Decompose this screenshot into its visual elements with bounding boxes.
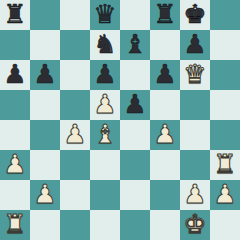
square-g7[interactable]: ♟ bbox=[180, 30, 210, 60]
white-pawn[interactable]: ♟ bbox=[213, 181, 236, 207]
square-b5[interactable] bbox=[30, 90, 60, 120]
black-pawn[interactable]: ♟ bbox=[3, 61, 26, 87]
square-h5[interactable] bbox=[210, 90, 240, 120]
square-h6[interactable] bbox=[210, 60, 240, 90]
square-g1[interactable]: ♚ bbox=[180, 210, 210, 240]
white-pawn[interactable]: ♟ bbox=[3, 151, 26, 177]
square-d1[interactable] bbox=[90, 210, 120, 240]
square-f4[interactable]: ♟ bbox=[150, 120, 180, 150]
black-pawn[interactable]: ♟ bbox=[93, 61, 116, 87]
square-c1[interactable] bbox=[60, 210, 90, 240]
black-queen[interactable]: ♛ bbox=[93, 1, 116, 27]
square-f7[interactable] bbox=[150, 30, 180, 60]
square-e2[interactable] bbox=[120, 180, 150, 210]
square-e5[interactable]: ♟ bbox=[120, 90, 150, 120]
square-d3[interactable] bbox=[90, 150, 120, 180]
chess-board: ♜♛♜♚♞♝♟♟♟♟♟♛♟♟♟♝♟♟♜♟♟♟♜♚ bbox=[0, 0, 240, 240]
square-e6[interactable] bbox=[120, 60, 150, 90]
square-e8[interactable] bbox=[120, 0, 150, 30]
square-g6[interactable]: ♛ bbox=[180, 60, 210, 90]
square-e1[interactable] bbox=[120, 210, 150, 240]
square-h1[interactable] bbox=[210, 210, 240, 240]
square-c6[interactable] bbox=[60, 60, 90, 90]
white-bishop[interactable]: ♝ bbox=[93, 121, 116, 147]
square-g3[interactable] bbox=[180, 150, 210, 180]
square-d5[interactable]: ♟ bbox=[90, 90, 120, 120]
square-a5[interactable] bbox=[0, 90, 30, 120]
square-b1[interactable] bbox=[30, 210, 60, 240]
square-a6[interactable]: ♟ bbox=[0, 60, 30, 90]
square-a1[interactable]: ♜ bbox=[0, 210, 30, 240]
square-a3[interactable]: ♟ bbox=[0, 150, 30, 180]
white-rook[interactable]: ♜ bbox=[213, 151, 236, 177]
square-h7[interactable] bbox=[210, 30, 240, 60]
square-c2[interactable] bbox=[60, 180, 90, 210]
square-g5[interactable] bbox=[180, 90, 210, 120]
square-e7[interactable]: ♝ bbox=[120, 30, 150, 60]
square-c5[interactable] bbox=[60, 90, 90, 120]
square-f1[interactable] bbox=[150, 210, 180, 240]
square-h2[interactable]: ♟ bbox=[210, 180, 240, 210]
white-queen[interactable]: ♛ bbox=[183, 61, 206, 87]
white-pawn[interactable]: ♟ bbox=[153, 121, 176, 147]
square-a8[interactable]: ♜ bbox=[0, 0, 30, 30]
square-h3[interactable]: ♜ bbox=[210, 150, 240, 180]
square-b7[interactable] bbox=[30, 30, 60, 60]
white-pawn[interactable]: ♟ bbox=[63, 121, 86, 147]
black-pawn[interactable]: ♟ bbox=[123, 91, 146, 117]
square-c8[interactable] bbox=[60, 0, 90, 30]
square-c7[interactable] bbox=[60, 30, 90, 60]
square-d7[interactable]: ♞ bbox=[90, 30, 120, 60]
white-pawn[interactable]: ♟ bbox=[93, 91, 116, 117]
square-d4[interactable]: ♝ bbox=[90, 120, 120, 150]
square-b3[interactable] bbox=[30, 150, 60, 180]
square-g4[interactable] bbox=[180, 120, 210, 150]
square-c3[interactable] bbox=[60, 150, 90, 180]
black-pawn[interactable]: ♟ bbox=[33, 61, 56, 87]
white-rook[interactable]: ♜ bbox=[3, 211, 26, 237]
square-b4[interactable] bbox=[30, 120, 60, 150]
square-f8[interactable]: ♜ bbox=[150, 0, 180, 30]
square-f3[interactable] bbox=[150, 150, 180, 180]
square-b2[interactable]: ♟ bbox=[30, 180, 60, 210]
white-pawn[interactable]: ♟ bbox=[33, 181, 56, 207]
square-b8[interactable] bbox=[30, 0, 60, 30]
square-a7[interactable] bbox=[0, 30, 30, 60]
square-h8[interactable] bbox=[210, 0, 240, 30]
square-g8[interactable]: ♚ bbox=[180, 0, 210, 30]
square-d6[interactable]: ♟ bbox=[90, 60, 120, 90]
square-a2[interactable] bbox=[0, 180, 30, 210]
square-a4[interactable] bbox=[0, 120, 30, 150]
square-f5[interactable] bbox=[150, 90, 180, 120]
square-h4[interactable] bbox=[210, 120, 240, 150]
black-king[interactable]: ♚ bbox=[183, 1, 206, 27]
square-d2[interactable] bbox=[90, 180, 120, 210]
square-c4[interactable]: ♟ bbox=[60, 120, 90, 150]
black-knight[interactable]: ♞ bbox=[93, 31, 116, 57]
white-pawn[interactable]: ♟ bbox=[183, 181, 206, 207]
square-d8[interactable]: ♛ bbox=[90, 0, 120, 30]
square-f2[interactable] bbox=[150, 180, 180, 210]
black-bishop[interactable]: ♝ bbox=[123, 31, 146, 57]
white-king[interactable]: ♚ bbox=[183, 211, 206, 237]
square-e3[interactable] bbox=[120, 150, 150, 180]
square-f6[interactable]: ♟ bbox=[150, 60, 180, 90]
square-e4[interactable] bbox=[120, 120, 150, 150]
square-b6[interactable]: ♟ bbox=[30, 60, 60, 90]
square-g2[interactable]: ♟ bbox=[180, 180, 210, 210]
black-pawn[interactable]: ♟ bbox=[153, 61, 176, 87]
black-pawn[interactable]: ♟ bbox=[183, 31, 206, 57]
black-rook[interactable]: ♜ bbox=[3, 1, 26, 27]
black-rook[interactable]: ♜ bbox=[153, 1, 176, 27]
